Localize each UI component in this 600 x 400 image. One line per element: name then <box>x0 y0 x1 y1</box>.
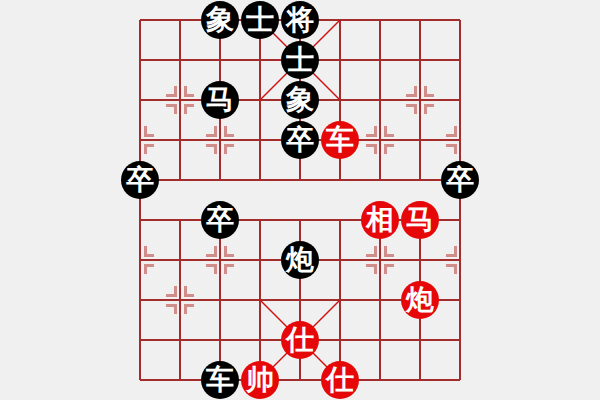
point-c2r7[interactable] <box>200 280 240 320</box>
red-cannon[interactable]: 炮 <box>401 281 439 319</box>
black-advisor[interactable]: 士 <box>281 41 319 79</box>
point-c8r3[interactable] <box>440 120 480 160</box>
point-c7r9[interactable] <box>400 360 440 400</box>
point-c5r0[interactable] <box>320 0 360 40</box>
point-c0r8[interactable] <box>120 320 160 360</box>
point-c6r2[interactable] <box>360 80 400 120</box>
point-c8r5[interactable] <box>440 200 480 240</box>
point-c2r9[interactable]: 车 <box>200 360 240 400</box>
black-horse[interactable]: 马 <box>201 81 239 119</box>
point-c7r3[interactable] <box>400 120 440 160</box>
point-c0r3[interactable] <box>120 120 160 160</box>
black-general[interactable]: 将 <box>281 1 319 39</box>
point-c7r7[interactable]: 炮 <box>400 280 440 320</box>
point-c2r0[interactable]: 象 <box>200 0 240 40</box>
point-c2r3[interactable] <box>200 120 240 160</box>
point-c7r8[interactable] <box>400 320 440 360</box>
xiangqi-board-screen: 象士将士马象卒车卒卒卒相马炮炮仕车帅仕 <box>0 0 600 400</box>
point-c4r3[interactable]: 卒 <box>280 120 320 160</box>
point-c4r7[interactable] <box>280 280 320 320</box>
point-c7r0[interactable] <box>400 0 440 40</box>
point-c4r5[interactable] <box>280 200 320 240</box>
point-c8r7[interactable] <box>440 280 480 320</box>
point-c2r1[interactable] <box>200 40 240 80</box>
point-c1r4[interactable] <box>160 160 200 200</box>
point-c3r1[interactable] <box>240 40 280 80</box>
point-c4r1[interactable]: 士 <box>280 40 320 80</box>
point-c3r6[interactable] <box>240 240 280 280</box>
point-c6r3[interactable] <box>360 120 400 160</box>
red-general[interactable]: 帅 <box>241 361 279 399</box>
point-c1r6[interactable] <box>160 240 200 280</box>
point-c5r4[interactable] <box>320 160 360 200</box>
point-c5r6[interactable] <box>320 240 360 280</box>
point-c3r3[interactable] <box>240 120 280 160</box>
point-c1r7[interactable] <box>160 280 200 320</box>
point-c0r6[interactable] <box>120 240 160 280</box>
point-c1r2[interactable] <box>160 80 200 120</box>
point-c8r9[interactable] <box>440 360 480 400</box>
point-c5r7[interactable] <box>320 280 360 320</box>
point-c6r5[interactable]: 相 <box>360 200 400 240</box>
black-elephant[interactable]: 象 <box>281 81 319 119</box>
black-elephant[interactable]: 象 <box>201 1 239 39</box>
point-c4r4[interactable] <box>280 160 320 200</box>
point-c7r1[interactable] <box>400 40 440 80</box>
board-points: 象士将士马象卒车卒卒卒相马炮炮仕车帅仕 <box>120 0 480 400</box>
point-c1r5[interactable] <box>160 200 200 240</box>
point-c0r5[interactable] <box>120 200 160 240</box>
red-chariot[interactable]: 车 <box>321 121 359 159</box>
point-c5r3[interactable]: 车 <box>320 120 360 160</box>
point-c7r4[interactable] <box>400 160 440 200</box>
black-pawn[interactable]: 卒 <box>441 161 479 199</box>
point-c6r1[interactable] <box>360 40 400 80</box>
point-c5r1[interactable] <box>320 40 360 80</box>
point-c7r6[interactable] <box>400 240 440 280</box>
black-pawn[interactable]: 卒 <box>281 121 319 159</box>
point-c1r8[interactable] <box>160 320 200 360</box>
point-c2r8[interactable] <box>200 320 240 360</box>
point-c3r0[interactable]: 士 <box>240 0 280 40</box>
point-c5r9[interactable]: 仕 <box>320 360 360 400</box>
point-c6r4[interactable] <box>360 160 400 200</box>
point-c8r8[interactable] <box>440 320 480 360</box>
point-c2r6[interactable] <box>200 240 240 280</box>
black-pawn[interactable]: 卒 <box>121 161 159 199</box>
point-c3r5[interactable] <box>240 200 280 240</box>
red-elephant[interactable]: 相 <box>361 201 399 239</box>
point-c5r8[interactable] <box>320 320 360 360</box>
red-advisor[interactable]: 仕 <box>321 361 359 399</box>
point-c2r2[interactable]: 马 <box>200 80 240 120</box>
point-c6r9[interactable] <box>360 360 400 400</box>
red-horse[interactable]: 马 <box>401 201 439 239</box>
point-c4r8[interactable]: 仕 <box>280 320 320 360</box>
point-c3r2[interactable] <box>240 80 280 120</box>
point-c3r8[interactable] <box>240 320 280 360</box>
point-c4r0[interactable]: 将 <box>280 0 320 40</box>
point-c6r7[interactable] <box>360 280 400 320</box>
point-c8r2[interactable] <box>440 80 480 120</box>
point-c5r5[interactable] <box>320 200 360 240</box>
point-c4r9[interactable] <box>280 360 320 400</box>
red-advisor[interactable]: 仕 <box>281 321 319 359</box>
black-chariot[interactable]: 车 <box>201 361 239 399</box>
point-c3r4[interactable] <box>240 160 280 200</box>
point-c6r6[interactable] <box>360 240 400 280</box>
point-c6r8[interactable] <box>360 320 400 360</box>
point-c5r2[interactable] <box>320 80 360 120</box>
point-c0r2[interactable] <box>120 80 160 120</box>
point-c8r6[interactable] <box>440 240 480 280</box>
point-c1r3[interactable] <box>160 120 200 160</box>
point-c1r0[interactable] <box>160 0 200 40</box>
point-c7r2[interactable] <box>400 80 440 120</box>
point-c2r5[interactable]: 卒 <box>200 200 240 240</box>
point-c8r1[interactable] <box>440 40 480 80</box>
point-c7r5[interactable]: 马 <box>400 200 440 240</box>
point-c8r0[interactable] <box>440 0 480 40</box>
point-c1r9[interactable] <box>160 360 200 400</box>
point-c4r6[interactable]: 炮 <box>280 240 320 280</box>
black-pawn[interactable]: 卒 <box>201 201 239 239</box>
black-cannon[interactable]: 炮 <box>281 241 319 279</box>
point-c0r1[interactable] <box>120 40 160 80</box>
point-c0r7[interactable] <box>120 280 160 320</box>
point-c8r4[interactable]: 卒 <box>440 160 480 200</box>
point-c2r4[interactable] <box>200 160 240 200</box>
point-c3r7[interactable] <box>240 280 280 320</box>
point-c0r9[interactable] <box>120 360 160 400</box>
point-c6r0[interactable] <box>360 0 400 40</box>
point-c0r4[interactable]: 卒 <box>120 160 160 200</box>
black-advisor[interactable]: 士 <box>241 1 279 39</box>
point-c4r2[interactable]: 象 <box>280 80 320 120</box>
point-c0r0[interactable] <box>120 0 160 40</box>
point-c1r1[interactable] <box>160 40 200 80</box>
point-c3r9[interactable]: 帅 <box>240 360 280 400</box>
